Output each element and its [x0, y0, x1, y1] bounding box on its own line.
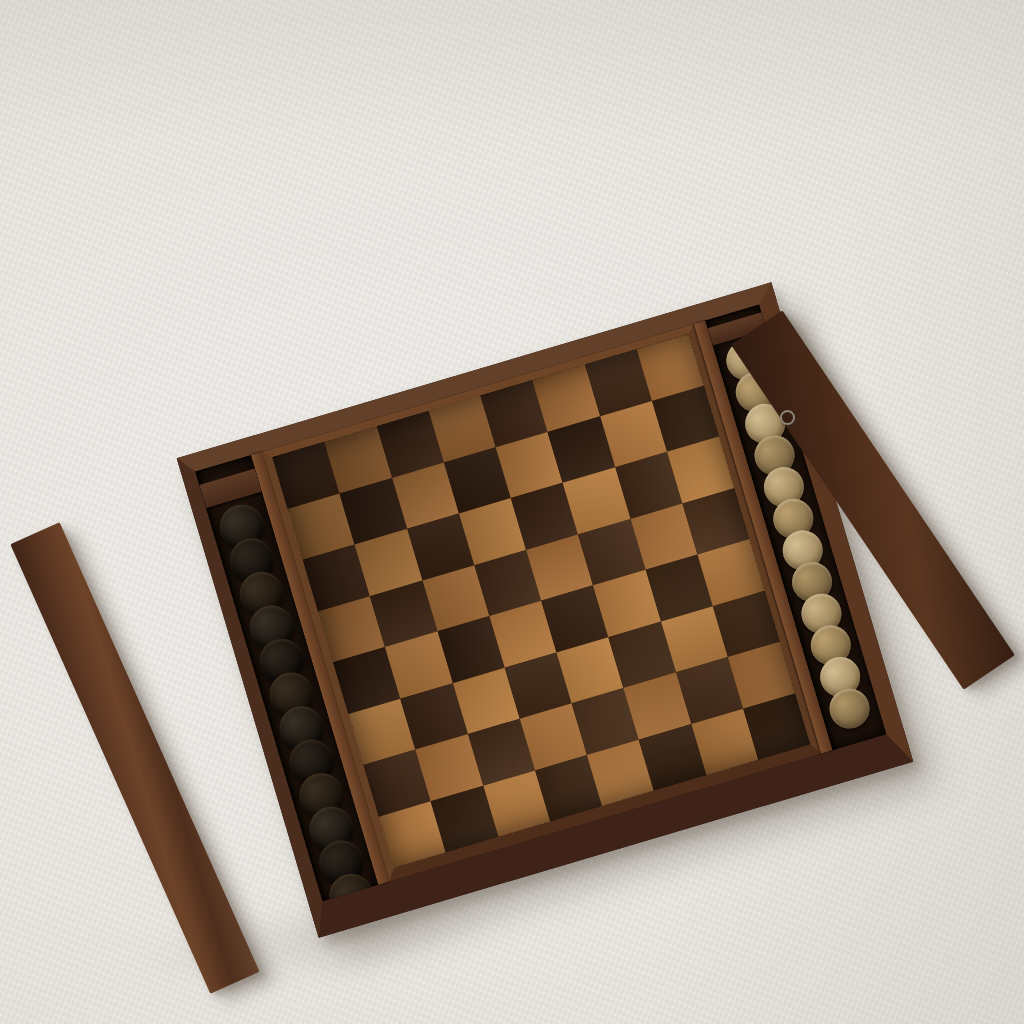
- photo-scene: [0, 0, 1024, 1024]
- brass-ring-icon: [780, 410, 795, 425]
- tray-end-wall: [199, 469, 261, 508]
